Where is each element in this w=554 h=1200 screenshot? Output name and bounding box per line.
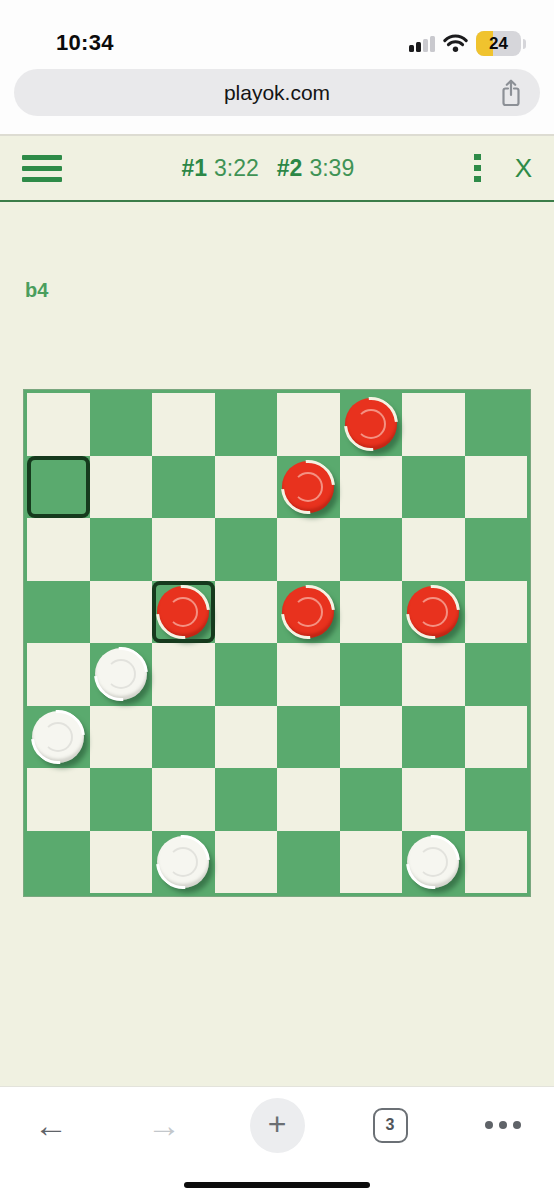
square-c3[interactable]: [152, 706, 215, 769]
hamburger-icon[interactable]: [22, 155, 62, 182]
square-b3[interactable]: [90, 706, 153, 769]
square-f1[interactable]: [340, 831, 403, 894]
white-checker[interactable]: [95, 648, 147, 700]
square-e3[interactable]: [277, 706, 340, 769]
square-a7[interactable]: [27, 456, 90, 519]
battery-icon: 24: [476, 31, 521, 56]
square-h6[interactable]: [465, 518, 528, 581]
square-g3[interactable]: [402, 706, 465, 769]
square-c7[interactable]: [152, 456, 215, 519]
square-h5[interactable]: [465, 581, 528, 644]
square-b1[interactable]: [90, 831, 153, 894]
red-checker[interactable]: [282, 461, 334, 513]
red-checker[interactable]: [407, 586, 459, 638]
square-h7[interactable]: [465, 456, 528, 519]
home-indicator[interactable]: [184, 1182, 370, 1188]
square-f3[interactable]: [340, 706, 403, 769]
square-a6[interactable]: [27, 518, 90, 581]
square-g7[interactable]: [402, 456, 465, 519]
red-checker[interactable]: [345, 398, 397, 450]
wifi-icon: [443, 34, 468, 53]
square-b6[interactable]: [90, 518, 153, 581]
square-b2[interactable]: [90, 768, 153, 831]
game-header: #1 3:22 #2 3:39 X: [0, 136, 554, 202]
square-h8[interactable]: [465, 393, 528, 456]
square-a5[interactable]: [27, 581, 90, 644]
board: [24, 390, 530, 896]
status-icons: 24: [409, 31, 526, 56]
square-f7[interactable]: [340, 456, 403, 519]
clock-time: 10:34: [56, 30, 114, 56]
arrow-left-icon: ←: [34, 1108, 68, 1142]
square-c1[interactable]: [152, 831, 215, 894]
cellular-signal-icon: [409, 35, 435, 52]
square-c8[interactable]: [152, 393, 215, 456]
square-e1[interactable]: [277, 831, 340, 894]
back-button[interactable]: ←: [22, 1097, 80, 1153]
square-h1[interactable]: [465, 831, 528, 894]
arrow-right-icon: →: [147, 1108, 181, 1142]
plus-circle: +: [250, 1098, 305, 1153]
tab-count-badge: 3: [373, 1108, 408, 1143]
red-checker[interactable]: [157, 586, 209, 638]
square-c2[interactable]: [152, 768, 215, 831]
plus-icon: +: [268, 1108, 287, 1140]
square-g8[interactable]: [402, 393, 465, 456]
square-g4[interactable]: [402, 643, 465, 706]
more-button[interactable]: [474, 1097, 532, 1153]
forward-button[interactable]: →: [135, 1097, 193, 1153]
player1-label: #1: [181, 155, 207, 182]
new-tab-button[interactable]: +: [248, 1097, 306, 1153]
square-f6[interactable]: [340, 518, 403, 581]
square-c6[interactable]: [152, 518, 215, 581]
square-a8[interactable]: [27, 393, 90, 456]
ellipsis-icon: [485, 1121, 521, 1129]
square-a3[interactable]: [27, 706, 90, 769]
square-d7[interactable]: [215, 456, 278, 519]
square-d8[interactable]: [215, 393, 278, 456]
square-c5[interactable]: [152, 581, 215, 644]
white-checker[interactable]: [157, 836, 209, 888]
square-g6[interactable]: [402, 518, 465, 581]
tabs-button[interactable]: 3: [361, 1097, 419, 1153]
square-h3[interactable]: [465, 706, 528, 769]
player2-time: 3:39: [309, 155, 354, 182]
status-bar: 10:34 24: [0, 0, 554, 58]
square-h2[interactable]: [465, 768, 528, 831]
square-b8[interactable]: [90, 393, 153, 456]
player1-time: 3:22: [214, 155, 259, 182]
white-checker[interactable]: [407, 836, 459, 888]
square-e7[interactable]: [277, 456, 340, 519]
square-b4[interactable]: [90, 643, 153, 706]
url-row: playok.com: [0, 58, 554, 116]
square-f2[interactable]: [340, 768, 403, 831]
square-a2[interactable]: [27, 768, 90, 831]
square-e6[interactable]: [277, 518, 340, 581]
square-b5[interactable]: [90, 581, 153, 644]
player1-clock: #1 3:22: [181, 155, 258, 182]
square-a4[interactable]: [27, 643, 90, 706]
player-clocks: #1 3:22 #2 3:39: [62, 155, 474, 182]
square-h4[interactable]: [465, 643, 528, 706]
square-f8[interactable]: [340, 393, 403, 456]
square-a1[interactable]: [27, 831, 90, 894]
player2-clock: #2 3:39: [277, 155, 354, 182]
white-checker[interactable]: [32, 711, 84, 763]
square-f4[interactable]: [340, 643, 403, 706]
square-d4[interactable]: [215, 643, 278, 706]
battery-percent: 24: [476, 31, 521, 56]
close-button[interactable]: X: [515, 155, 532, 181]
player2-label: #2: [277, 155, 303, 182]
last-move-label: b4: [25, 279, 554, 302]
share-icon[interactable]: [499, 78, 523, 107]
square-e2[interactable]: [277, 768, 340, 831]
square-f5[interactable]: [340, 581, 403, 644]
red-checker[interactable]: [282, 586, 334, 638]
vertical-dots-icon[interactable]: [474, 154, 481, 182]
battery-nub: [523, 39, 526, 49]
square-g5[interactable]: [402, 581, 465, 644]
square-c4[interactable]: [152, 643, 215, 706]
square-d3[interactable]: [215, 706, 278, 769]
square-g1[interactable]: [402, 831, 465, 894]
address-bar[interactable]: playok.com: [14, 69, 540, 116]
square-g2[interactable]: [402, 768, 465, 831]
square-e4[interactable]: [277, 643, 340, 706]
browser-chrome-top: 10:34 24 playok.com: [0, 0, 554, 136]
square-d1[interactable]: [215, 831, 278, 894]
square-d6[interactable]: [215, 518, 278, 581]
browser-toolbar-bottom: ← → + 3: [0, 1086, 554, 1200]
square-e5[interactable]: [277, 581, 340, 644]
square-d2[interactable]: [215, 768, 278, 831]
square-e8[interactable]: [277, 393, 340, 456]
square-d5[interactable]: [215, 581, 278, 644]
url-text: playok.com: [224, 81, 330, 105]
square-b7[interactable]: [90, 456, 153, 519]
